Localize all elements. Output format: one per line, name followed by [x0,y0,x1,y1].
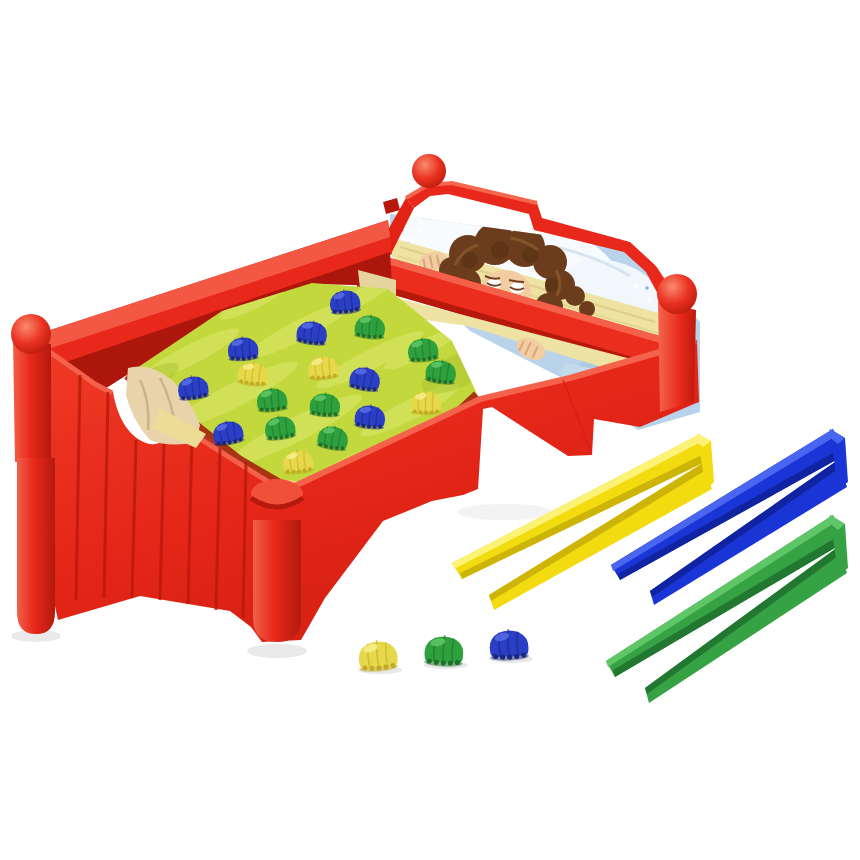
right-bedpost [657,274,697,412]
bug-yellow[interactable] [357,638,398,673]
bed-leg-left [17,458,55,634]
product-photo: Red plastic toy bed with a sleeping char… [0,0,860,860]
bed-leg-front [253,520,301,642]
right-bedpost-knob [657,274,697,314]
headboard-nub [383,198,400,214]
bed [11,154,720,658]
front-corner-post [251,479,303,642]
bug-green[interactable] [424,634,464,667]
bug-blue[interactable] [489,628,529,661]
loose-bugs-layer [357,628,529,673]
left-bedpost [11,314,55,634]
scene [0,0,860,860]
headboard-knob [412,154,446,188]
left-bedpost-knob [11,314,51,354]
